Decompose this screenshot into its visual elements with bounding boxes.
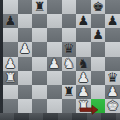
square-h1[interactable]: ♚ bbox=[105, 99, 120, 113]
white-rook-a3[interactable]: ♜ bbox=[4, 71, 16, 85]
square-g1[interactable] bbox=[91, 99, 106, 113]
square-b1[interactable] bbox=[18, 99, 33, 113]
square-f3[interactable]: ♟ bbox=[76, 71, 91, 85]
square-d3[interactable] bbox=[47, 71, 62, 85]
white-pawn-b5[interactable]: ♟ bbox=[19, 42, 31, 56]
board-bottom-edge bbox=[0, 113, 120, 120]
square-c8[interactable]: ♜ bbox=[32, 0, 47, 14]
black-pawn-g6[interactable]: ♟ bbox=[92, 28, 104, 42]
square-e1[interactable] bbox=[62, 99, 77, 113]
square-d4[interactable]: ♟ bbox=[47, 57, 62, 71]
square-d5[interactable] bbox=[47, 42, 62, 56]
square-a2[interactable] bbox=[3, 85, 18, 99]
square-c4[interactable] bbox=[32, 57, 47, 71]
square-c1[interactable] bbox=[32, 99, 47, 113]
square-b4[interactable] bbox=[18, 57, 33, 71]
white-pawn-a4[interactable]: ♟ bbox=[4, 57, 16, 71]
square-f8[interactable] bbox=[76, 0, 91, 14]
white-pawn-d4[interactable]: ♟ bbox=[48, 57, 60, 71]
square-g5[interactable] bbox=[91, 42, 106, 56]
square-h6[interactable] bbox=[105, 28, 120, 42]
chess-board[interactable]: ♜♚♟♟♟♟♟♛♟♟♞♞♜♟♛♜♟♟♜♚ bbox=[3, 0, 120, 113]
square-a5[interactable] bbox=[3, 42, 18, 56]
black-pawn-f7[interactable]: ♟ bbox=[78, 14, 90, 28]
square-b5[interactable]: ♟ bbox=[18, 42, 33, 56]
black-pawn-a7[interactable]: ♟ bbox=[4, 14, 16, 28]
square-h7[interactable]: ♟ bbox=[105, 14, 120, 28]
square-e4[interactable]: ♞ bbox=[62, 57, 77, 71]
square-e3[interactable] bbox=[62, 71, 77, 85]
white-pawn-f3[interactable]: ♟ bbox=[78, 71, 90, 85]
square-h8[interactable] bbox=[105, 0, 120, 14]
square-h4[interactable] bbox=[105, 57, 120, 71]
square-f7[interactable]: ♟ bbox=[76, 14, 91, 28]
square-g3[interactable] bbox=[91, 71, 106, 85]
square-h3[interactable]: ♛ bbox=[105, 71, 120, 85]
square-d7[interactable] bbox=[47, 14, 62, 28]
black-rook-c8[interactable]: ♜ bbox=[34, 0, 46, 14]
square-c6[interactable] bbox=[32, 28, 47, 42]
square-a1[interactable] bbox=[3, 99, 18, 113]
square-d8[interactable] bbox=[47, 0, 62, 14]
square-e2[interactable]: ♜ bbox=[62, 85, 77, 99]
square-d1[interactable] bbox=[47, 99, 62, 113]
square-f5[interactable] bbox=[76, 42, 91, 56]
square-d6[interactable] bbox=[47, 28, 62, 42]
white-knight-e4[interactable]: ♞ bbox=[63, 57, 75, 71]
square-f2[interactable]: ♟ bbox=[76, 85, 91, 99]
square-b2[interactable] bbox=[18, 85, 33, 99]
square-e6[interactable] bbox=[62, 28, 77, 42]
square-g8[interactable]: ♚ bbox=[91, 0, 106, 14]
square-g7[interactable] bbox=[91, 14, 106, 28]
black-queen-h3[interactable]: ♛ bbox=[107, 71, 119, 85]
white-king-h1[interactable]: ♚ bbox=[107, 99, 119, 113]
black-knight-f4[interactable]: ♞ bbox=[78, 57, 90, 71]
white-rook-f1[interactable]: ♜ bbox=[78, 99, 90, 113]
square-g4[interactable] bbox=[91, 57, 106, 71]
square-b8[interactable] bbox=[18, 0, 33, 14]
square-g6[interactable]: ♟ bbox=[91, 28, 106, 42]
square-h5[interactable] bbox=[105, 42, 120, 56]
square-h2[interactable]: ♟ bbox=[105, 85, 120, 99]
square-b6[interactable] bbox=[18, 28, 33, 42]
square-e5[interactable]: ♛ bbox=[62, 42, 77, 56]
square-a7[interactable]: ♟ bbox=[3, 14, 18, 28]
square-f1[interactable]: ♜ bbox=[76, 99, 91, 113]
square-a6[interactable] bbox=[3, 28, 18, 42]
square-a3[interactable]: ♜ bbox=[3, 71, 18, 85]
white-pawn-h2[interactable]: ♟ bbox=[107, 85, 119, 99]
square-g2[interactable] bbox=[91, 85, 106, 99]
square-e7[interactable] bbox=[62, 14, 77, 28]
square-c5[interactable] bbox=[32, 42, 47, 56]
square-f4[interactable]: ♞ bbox=[76, 57, 91, 71]
square-a4[interactable]: ♟ bbox=[3, 57, 18, 71]
black-king-g8[interactable]: ♚ bbox=[92, 0, 104, 14]
black-pawn-h7[interactable]: ♟ bbox=[107, 14, 119, 28]
square-c7[interactable] bbox=[32, 14, 47, 28]
black-rook-e2[interactable]: ♜ bbox=[63, 85, 75, 99]
square-a8[interactable] bbox=[3, 0, 18, 14]
square-e8[interactable] bbox=[62, 0, 77, 14]
chess-board-frame: ♜♚♟♟♟♟♟♛♟♟♞♞♜♟♛♜♟♟♜♚ bbox=[0, 0, 120, 120]
black-queen-e5[interactable]: ♛ bbox=[63, 42, 75, 56]
square-b7[interactable] bbox=[18, 14, 33, 28]
square-c2[interactable] bbox=[32, 85, 47, 99]
square-f6[interactable] bbox=[76, 28, 91, 42]
white-pawn-f2[interactable]: ♟ bbox=[78, 85, 90, 99]
square-d2[interactable] bbox=[47, 85, 62, 99]
square-b3[interactable] bbox=[18, 71, 33, 85]
square-c3[interactable] bbox=[32, 71, 47, 85]
